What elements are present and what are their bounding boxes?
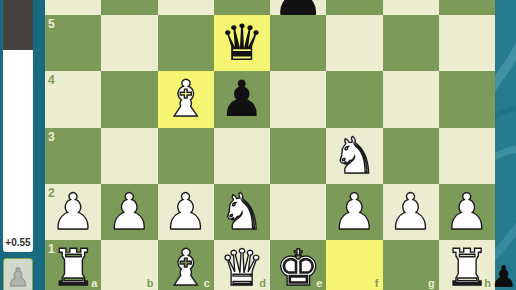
square-d1[interactable]: d♛ [214, 240, 270, 290]
background-swirl [494, 0, 516, 290]
gray-pawn-icon: ♟ [7, 265, 29, 290]
square-f6[interactable] [326, 0, 382, 15]
square-b1[interactable]: b [101, 240, 157, 290]
square-a1[interactable]: 1a♜ [45, 240, 101, 290]
chess-board: 876♟5♛4♝♟3♞2♟♟♟♞♟♟♟1a♜bc♝d♛e♚fgh♜ [45, 0, 495, 290]
square-h2[interactable]: ♟ [439, 184, 495, 240]
evaluation-bar-black-portion [3, 0, 33, 50]
square-c5[interactable] [158, 15, 214, 71]
square-g4[interactable] [383, 71, 439, 127]
square-a3[interactable]: 3 [45, 128, 101, 184]
rank-label-1: 1 [48, 242, 55, 256]
file-label-c: c [204, 277, 210, 289]
square-a2[interactable]: 2♟ [45, 184, 101, 240]
square-c3[interactable] [158, 128, 214, 184]
black-queen[interactable]: ♛ [214, 15, 270, 71]
file-label-a: a [91, 277, 97, 289]
square-c4[interactable]: ♝ [158, 71, 214, 127]
square-e1[interactable]: e♚ [270, 240, 326, 290]
square-e5[interactable] [270, 15, 326, 71]
square-h3[interactable] [439, 128, 495, 184]
black-pawn[interactable]: ♟ [214, 71, 270, 127]
rank-label-5: 5 [48, 17, 55, 31]
white-pawn[interactable]: ♟ [101, 184, 157, 240]
file-label-g: g [428, 277, 435, 289]
square-a5[interactable]: 5 [45, 15, 101, 71]
rank-label-4: 4 [48, 73, 55, 87]
square-c1[interactable]: c♝ [158, 240, 214, 290]
square-h1[interactable]: h♜ [439, 240, 495, 290]
square-g1[interactable]: g [383, 240, 439, 290]
square-e2[interactable] [270, 184, 326, 240]
square-h4[interactable] [439, 71, 495, 127]
rank-label-2: 2 [48, 186, 55, 200]
square-g6[interactable] [383, 0, 439, 15]
white-pawn[interactable]: ♟ [158, 184, 214, 240]
square-c2[interactable]: ♟ [158, 184, 214, 240]
square-e6[interactable]: ♟ [270, 0, 326, 15]
white-pawn[interactable]: ♟ [439, 184, 495, 240]
chess-app-screen: +0.55 ♟ 876♟5♛4♝♟3♞2♟♟♟♞♟♟♟1a♜bc♝d♛e♚fgh… [0, 0, 516, 290]
square-d6[interactable] [214, 0, 270, 15]
square-a4[interactable]: 4 [45, 71, 101, 127]
square-a6[interactable]: 6 [45, 0, 101, 15]
white-knight[interactable]: ♞ [326, 128, 382, 184]
background-art-strip [494, 0, 516, 290]
square-b2[interactable]: ♟ [101, 184, 157, 240]
square-b5[interactable] [101, 15, 157, 71]
white-pawn[interactable]: ♟ [326, 184, 382, 240]
square-h6[interactable] [439, 0, 495, 15]
square-h5[interactable] [439, 15, 495, 71]
pawn-tile-button[interactable]: ♟ [3, 258, 33, 290]
square-d5[interactable]: ♛ [214, 15, 270, 71]
square-d3[interactable] [214, 128, 270, 184]
white-knight[interactable]: ♞ [214, 184, 270, 240]
square-g2[interactable]: ♟ [383, 184, 439, 240]
square-f4[interactable] [326, 71, 382, 127]
square-g5[interactable] [383, 15, 439, 71]
square-b6[interactable] [101, 0, 157, 15]
square-g3[interactable] [383, 128, 439, 184]
square-d4[interactable]: ♟ [214, 71, 270, 127]
evaluation-score: +0.55 [3, 237, 33, 248]
square-d2[interactable]: ♞ [214, 184, 270, 240]
file-label-e: e [316, 277, 322, 289]
square-b4[interactable] [101, 71, 157, 127]
white-bishop[interactable]: ♝ [158, 71, 214, 127]
square-f1[interactable]: f [326, 240, 382, 290]
file-label-d: d [259, 277, 266, 289]
square-e4[interactable] [270, 71, 326, 127]
black-pawn-icon: ♟ [494, 258, 514, 290]
evaluation-bar: +0.55 [3, 0, 33, 252]
file-label-b: b [147, 277, 154, 289]
square-f3[interactable]: ♞ [326, 128, 382, 184]
white-pawn[interactable]: ♟ [383, 184, 439, 240]
rank-label-3: 3 [48, 130, 55, 144]
square-f5[interactable] [326, 15, 382, 71]
square-f2[interactable]: ♟ [326, 184, 382, 240]
square-e3[interactable] [270, 128, 326, 184]
square-c6[interactable] [158, 0, 214, 15]
square-b3[interactable] [101, 128, 157, 184]
file-label-f: f [375, 277, 379, 289]
